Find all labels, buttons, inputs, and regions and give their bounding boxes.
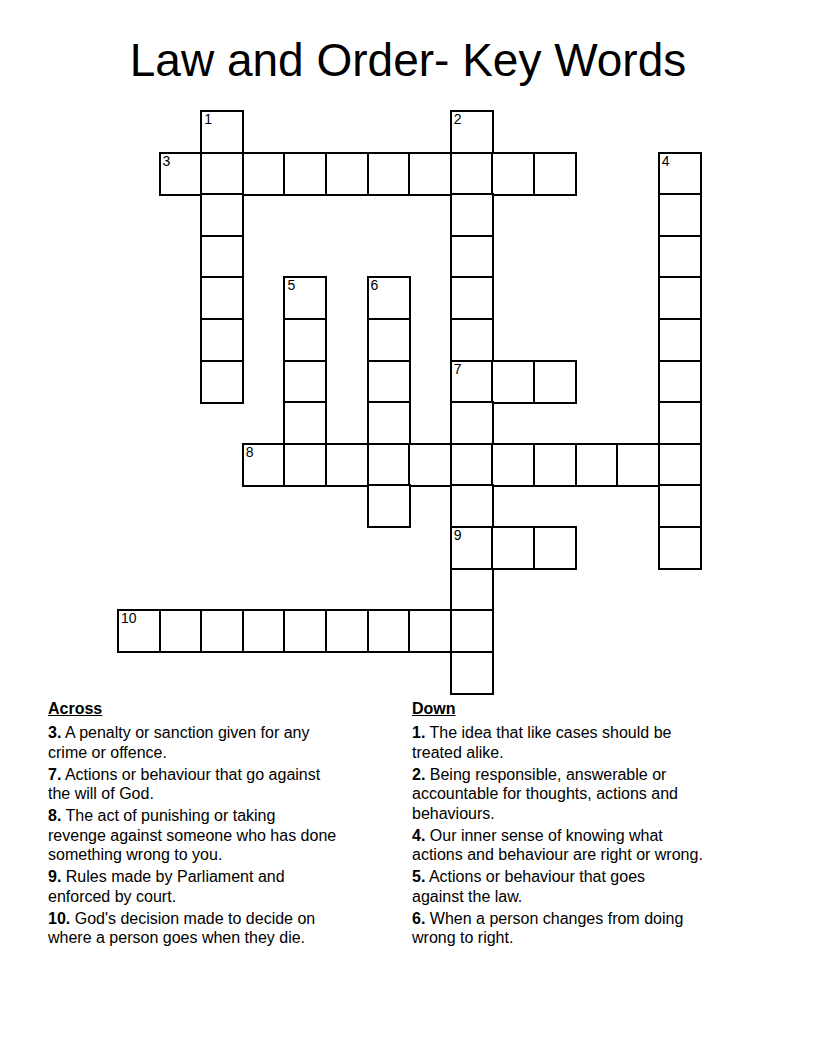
grid-cell[interactable] xyxy=(408,609,452,653)
grid-cell[interactable] xyxy=(367,484,411,528)
grid-cell[interactable] xyxy=(658,193,702,237)
grid-cell[interactable] xyxy=(200,276,244,320)
clue-across-10: 10. God's decision made to decide on whe… xyxy=(48,909,404,948)
grid-cell[interactable] xyxy=(658,235,702,279)
grid-cell[interactable] xyxy=(367,152,411,196)
grid-cell[interactable] xyxy=(367,609,411,653)
grid-cell[interactable] xyxy=(450,484,494,528)
grid-cell[interactable] xyxy=(200,360,244,404)
down-heading: Down xyxy=(412,699,768,719)
grid-cell[interactable] xyxy=(450,443,494,487)
page-title: Law and Order- Key Words xyxy=(0,33,816,88)
grid-cell[interactable]: 9 xyxy=(450,526,494,570)
cell-number: 5 xyxy=(287,278,295,293)
grid-cell[interactable] xyxy=(200,152,244,196)
clue-number-label: 5. xyxy=(412,868,425,885)
cell-number: 9 xyxy=(454,528,462,543)
crossword-grid: 12345678910 xyxy=(117,110,704,697)
clue-down-4: 4. Our inner sense of knowing what actio… xyxy=(412,826,768,865)
grid-cell[interactable] xyxy=(283,401,327,445)
clue-across-9: 9. Rules made by Parliament and enforced… xyxy=(48,867,404,906)
clue-down-2: 2. Being responsible, answerable or acco… xyxy=(412,765,768,824)
grid-cell[interactable] xyxy=(200,318,244,362)
cell-number: 2 xyxy=(454,112,462,127)
grid-cell[interactable] xyxy=(450,235,494,279)
grid-cell[interactable]: 4 xyxy=(658,152,702,196)
grid-cell[interactable] xyxy=(200,193,244,237)
grid-cell[interactable]: 8 xyxy=(242,443,286,487)
across-clues-section: Across 3. A penalty or sanction given fo… xyxy=(48,699,404,950)
grid-cell[interactable] xyxy=(283,152,327,196)
grid-cell[interactable] xyxy=(408,443,452,487)
grid-cell[interactable] xyxy=(450,276,494,320)
clue-number-label: 7. xyxy=(48,766,61,783)
cell-number: 10 xyxy=(121,611,137,626)
clue-down-6: 6. When a person changes from doing wron… xyxy=(412,909,768,948)
grid-cell[interactable] xyxy=(242,152,286,196)
cell-number: 1 xyxy=(204,112,212,127)
clue-number-label: 3. xyxy=(48,724,61,741)
grid-cell[interactable] xyxy=(658,443,702,487)
clue-number-label: 8. xyxy=(48,807,61,824)
grid-cell[interactable] xyxy=(408,152,452,196)
grid-cell[interactable]: 10 xyxy=(117,609,161,653)
grid-cell[interactable]: 1 xyxy=(200,110,244,154)
grid-cell[interactable] xyxy=(533,152,577,196)
grid-cell[interactable] xyxy=(283,360,327,404)
grid-cell[interactable] xyxy=(367,401,411,445)
clue-number-label: 4. xyxy=(412,827,425,844)
grid-cell[interactable] xyxy=(450,193,494,237)
grid-cell[interactable] xyxy=(367,443,411,487)
grid-cell[interactable]: 5 xyxy=(283,276,327,320)
across-heading: Across xyxy=(48,699,404,719)
grid-cell[interactable] xyxy=(367,360,411,404)
grid-cell[interactable] xyxy=(658,318,702,362)
grid-cell[interactable] xyxy=(450,152,494,196)
clue-down-1: 1. The idea that like cases should be tr… xyxy=(412,723,768,762)
down-clues-section: Down 1. The idea that like cases should … xyxy=(412,699,768,950)
cell-number: 8 xyxy=(246,445,254,460)
grid-cell[interactable] xyxy=(283,443,327,487)
grid-cell[interactable] xyxy=(200,235,244,279)
grid-cell[interactable] xyxy=(325,152,369,196)
grid-cell[interactable] xyxy=(658,484,702,528)
grid-cell[interactable] xyxy=(242,609,286,653)
clue-number-label: 2. xyxy=(412,766,425,783)
clue-down-5: 5. Actions or behaviour that goes agains… xyxy=(412,867,768,906)
cell-number: 7 xyxy=(454,362,462,377)
grid-cell[interactable] xyxy=(491,526,535,570)
grid-cell[interactable]: 2 xyxy=(450,110,494,154)
grid-cell[interactable]: 7 xyxy=(450,360,494,404)
grid-cell[interactable] xyxy=(575,443,619,487)
clue-number-label: 1. xyxy=(412,724,425,741)
grid-cell[interactable] xyxy=(533,360,577,404)
grid-cell[interactable] xyxy=(658,360,702,404)
grid-cell[interactable] xyxy=(658,526,702,570)
clue-number-label: 6. xyxy=(412,910,425,927)
grid-cell[interactable]: 3 xyxy=(159,152,203,196)
grid-cell[interactable] xyxy=(367,318,411,362)
grid-cell[interactable] xyxy=(200,609,244,653)
cell-number: 3 xyxy=(163,154,171,169)
grid-cell[interactable]: 6 xyxy=(367,276,411,320)
clue-number-label: 9. xyxy=(48,868,61,885)
clue-number-label: 10. xyxy=(48,910,70,927)
grid-cell[interactable] xyxy=(283,318,327,362)
grid-cell[interactable] xyxy=(491,152,535,196)
grid-cell[interactable] xyxy=(450,318,494,362)
grid-cell[interactable] xyxy=(658,276,702,320)
grid-cell[interactable] xyxy=(533,526,577,570)
grid-cell[interactable] xyxy=(450,651,494,695)
grid-cell[interactable] xyxy=(450,609,494,653)
grid-cell[interactable] xyxy=(325,609,369,653)
grid-cell[interactable] xyxy=(491,360,535,404)
clue-across-8: 8. The act of punishing or taking reveng… xyxy=(48,806,404,865)
grid-cell[interactable] xyxy=(533,443,577,487)
grid-cell[interactable] xyxy=(283,609,327,653)
grid-cell[interactable] xyxy=(450,401,494,445)
clue-across-3: 3. A penalty or sanction given for any c… xyxy=(48,723,404,762)
clue-across-7: 7. Actions or behaviour that go against … xyxy=(48,765,404,804)
grid-cell[interactable] xyxy=(159,609,203,653)
cell-number: 6 xyxy=(371,278,379,293)
grid-cell[interactable] xyxy=(658,401,702,445)
grid-cell[interactable] xyxy=(325,443,369,487)
grid-cell[interactable] xyxy=(491,443,535,487)
grid-cell[interactable] xyxy=(450,568,494,612)
grid-cell[interactable] xyxy=(616,443,660,487)
cell-number: 4 xyxy=(662,154,670,169)
